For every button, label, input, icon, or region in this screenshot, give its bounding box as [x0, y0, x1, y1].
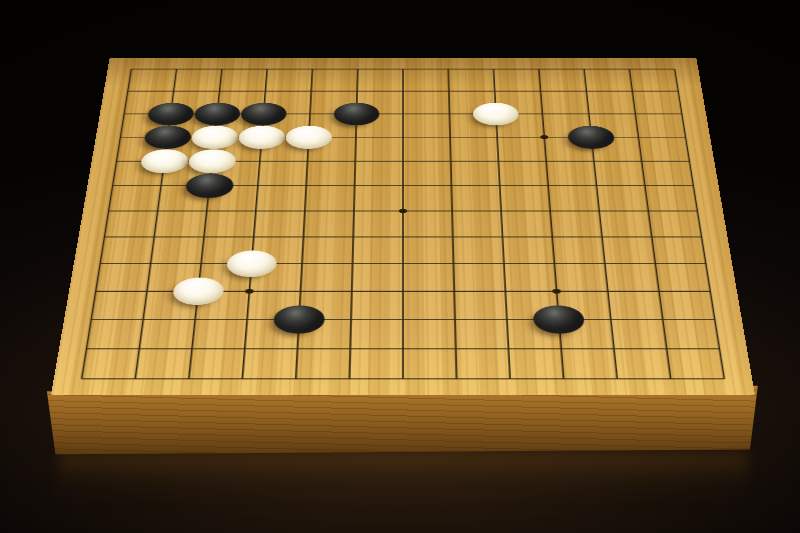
table-reflection — [58, 452, 748, 514]
grid-line — [448, 69, 456, 379]
star-point — [245, 289, 254, 294]
black-stone — [333, 103, 379, 126]
star-point — [399, 209, 407, 213]
star-point — [540, 135, 548, 139]
go-board — [51, 58, 755, 395]
board-front-face — [44, 385, 760, 455]
grid-line — [675, 69, 725, 379]
grid-line — [629, 69, 670, 379]
grid-line — [539, 69, 564, 379]
white-stone — [473, 103, 520, 126]
grid-line — [584, 69, 617, 379]
board-surface — [51, 58, 755, 395]
grid-line — [296, 69, 313, 379]
photo-scene — [0, 0, 800, 533]
star-point — [552, 289, 561, 294]
grid-line — [82, 69, 132, 379]
